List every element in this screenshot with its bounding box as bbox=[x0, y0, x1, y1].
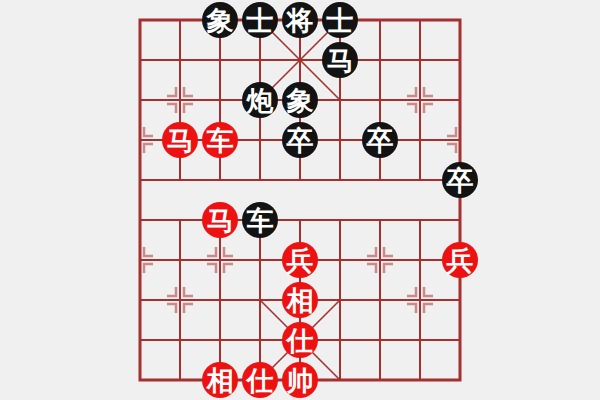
piece-black-elephant[interactable]: 象 bbox=[202, 2, 238, 38]
piece-red-horse[interactable]: 马 bbox=[202, 202, 238, 238]
piece-black-elephant[interactable]: 象 bbox=[282, 82, 318, 118]
piece-red-soldier[interactable]: 兵 bbox=[442, 242, 478, 278]
piece-black-cannon[interactable]: 炮 bbox=[242, 82, 278, 118]
piece-red-soldier[interactable]: 兵 bbox=[282, 242, 318, 278]
piece-red-horse[interactable]: 马 bbox=[162, 122, 198, 158]
piece-red-advisor[interactable]: 仕 bbox=[242, 362, 278, 398]
piece-black-soldier[interactable]: 卒 bbox=[362, 122, 398, 158]
piece-red-general[interactable]: 帅 bbox=[282, 362, 318, 398]
piece-black-soldier[interactable]: 卒 bbox=[282, 122, 318, 158]
piece-black-general[interactable]: 将 bbox=[282, 2, 318, 38]
piece-black-horse[interactable]: 马 bbox=[322, 42, 358, 78]
piece-black-chariot[interactable]: 车 bbox=[242, 202, 278, 238]
piece-red-elephant[interactable]: 相 bbox=[202, 362, 238, 398]
xiangqi-board: 象士将士马炮象马车卒卒卒马车兵兵相仕相仕帅 bbox=[0, 0, 600, 400]
piece-black-advisor[interactable]: 士 bbox=[242, 2, 278, 38]
piece-red-advisor[interactable]: 仕 bbox=[282, 322, 318, 358]
piece-red-chariot[interactable]: 车 bbox=[202, 122, 238, 158]
piece-black-advisor[interactable]: 士 bbox=[322, 2, 358, 38]
piece-red-elephant[interactable]: 相 bbox=[282, 282, 318, 318]
piece-black-soldier[interactable]: 卒 bbox=[442, 162, 478, 198]
